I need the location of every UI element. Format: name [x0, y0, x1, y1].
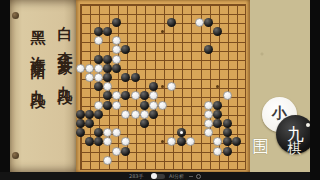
stone-black [140, 101, 149, 110]
stone-white [94, 64, 103, 73]
stone-black [76, 119, 85, 128]
stone-white [158, 101, 167, 110]
stone-black [177, 128, 186, 137]
playback-toggle[interactable] [151, 174, 165, 179]
right-letterbox-bar [310, 0, 320, 180]
toggle-knob[interactable] [151, 173, 157, 179]
logo-char-wei: 围 [252, 135, 269, 158]
scroll-knob-top [12, 12, 19, 19]
stone-black [94, 55, 103, 64]
stone-white [204, 101, 213, 110]
analysis-label: AI分析 [169, 174, 184, 179]
stone-white [76, 64, 85, 73]
stone-black [223, 147, 232, 156]
stone-white [213, 147, 222, 156]
logo-char-qi: 棋 [287, 140, 301, 158]
stone-black [223, 128, 232, 137]
stone-black [140, 119, 149, 128]
stone-white [103, 156, 112, 165]
stone-black [103, 101, 112, 110]
stone-white [195, 18, 204, 27]
player-scroll-panel: 白 李轩豪 九段 黑 许嘉阳 九段 [10, 0, 76, 172]
white-player-label: 白 李轩豪 九段 [54, 14, 76, 82]
stone-white [131, 110, 140, 119]
stone-black [76, 128, 85, 137]
stone-black [223, 137, 232, 146]
move-count-label: 283手 [129, 174, 144, 179]
stone-black [149, 110, 158, 119]
go-board[interactable] [76, 0, 250, 172]
stone-white [85, 73, 94, 82]
stone-white [94, 73, 103, 82]
app-window: 白 李轩豪 九段 黑 许嘉阳 九段 小 九 围 棋 283手 AI分析 [0, 0, 320, 180]
bar-divider [189, 176, 193, 177]
left-letterbox-bar [0, 0, 10, 180]
stone-black [177, 137, 186, 146]
side-area: 小 九 围 棋 [250, 0, 310, 180]
stone-white [112, 55, 121, 64]
stone-black [94, 27, 103, 36]
stone-black [103, 64, 112, 73]
stone-black [85, 119, 94, 128]
stone-black [76, 110, 85, 119]
stone-white [140, 110, 149, 119]
stone-white [94, 101, 103, 110]
stone-black [103, 55, 112, 64]
stone-white [204, 110, 213, 119]
stone-white [85, 64, 94, 73]
stone-white [112, 147, 121, 156]
black-player-label: 黑 许嘉阳 九段 [27, 18, 49, 86]
stone-black [94, 110, 103, 119]
stone-black [223, 119, 232, 128]
stone-black [85, 110, 94, 119]
stone-white [112, 101, 121, 110]
scroll-knob-bottom [12, 152, 19, 159]
bottom-control-bar: 283手 AI分析 [0, 172, 320, 180]
stone-black [213, 101, 222, 110]
stone-black [131, 73, 140, 82]
stone-white [149, 101, 158, 110]
circle-button[interactable] [196, 174, 201, 179]
last-move-marker [180, 131, 183, 134]
